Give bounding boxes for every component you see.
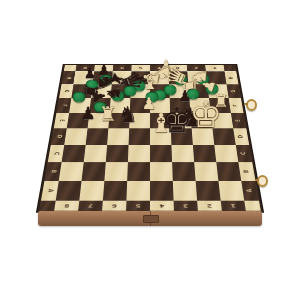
board-square <box>171 128 193 144</box>
board-square <box>150 162 173 181</box>
board-square <box>169 71 189 84</box>
board-square <box>150 84 170 98</box>
hinge-plate <box>143 215 159 223</box>
board-square <box>129 113 150 128</box>
board-square <box>82 162 106 181</box>
board-square <box>189 98 210 113</box>
board-square <box>84 145 107 162</box>
board-square <box>107 128 129 144</box>
file-label-right-text: G <box>220 88 248 94</box>
rank-label-bottom-text: 7 <box>78 201 103 211</box>
rank-label-bottom-text: 2 <box>197 201 222 211</box>
file-label-right: B <box>238 162 255 181</box>
board-square <box>108 113 129 128</box>
file-label-right-text: H <box>218 75 245 81</box>
board-square <box>104 162 128 181</box>
board-square <box>129 128 150 144</box>
board-square <box>79 181 104 201</box>
board-square <box>67 113 90 128</box>
board-square <box>73 71 94 84</box>
file-label-right-text: A <box>233 186 266 195</box>
rank-label-bottom-text: 3 <box>174 201 198 211</box>
board-square <box>110 98 131 113</box>
board-square <box>131 71 150 84</box>
board-square <box>56 181 82 201</box>
file-label-right-text: E <box>224 117 253 124</box>
rank-label-bottom-text: 1 <box>221 201 246 211</box>
rank-label-bottom: 4 <box>150 201 174 211</box>
board-square <box>170 113 191 128</box>
board-square <box>193 145 216 162</box>
brass-clasp <box>257 175 268 187</box>
file-label-right-text: C <box>228 149 259 157</box>
board-square <box>93 71 113 84</box>
board-square <box>106 145 129 162</box>
file-label-right: F <box>229 98 244 113</box>
board-square <box>130 98 150 113</box>
rank-label-bottom-text: 5 <box>126 201 150 211</box>
board-square <box>128 145 150 162</box>
board-square <box>173 181 197 201</box>
board-square <box>62 145 86 162</box>
board-square <box>190 113 212 128</box>
file-label-right: C <box>236 145 252 162</box>
board-square <box>88 113 110 128</box>
board-square <box>169 84 189 98</box>
rank-label-bottom-text: 8 <box>54 201 79 211</box>
folding-box-side <box>38 211 262 226</box>
board-square <box>171 145 194 162</box>
board-square <box>150 145 172 162</box>
board-square <box>112 71 132 84</box>
board-square <box>150 128 171 144</box>
board-square <box>150 98 170 113</box>
file-label-right: G <box>227 84 241 98</box>
frame-corner <box>39 201 56 211</box>
board-square <box>89 98 110 113</box>
chess-set-photo: 87654321HHGGFFEEDDCCBBAA87654321 ♟♞♟♟♝♞♝… <box>0 0 300 300</box>
file-label-right: D <box>233 128 249 144</box>
rank-label-bottom: 7 <box>78 201 103 211</box>
board-square <box>172 162 196 181</box>
board-square <box>150 113 171 128</box>
rank-label-bottom-text: 6 <box>102 201 126 211</box>
rank-label-bottom: 5 <box>126 201 150 211</box>
board-square <box>150 181 174 201</box>
board-square <box>86 128 109 144</box>
brass-clasp <box>246 99 257 111</box>
board-square <box>130 84 150 98</box>
board-square <box>192 128 215 144</box>
board-square <box>103 181 127 201</box>
rank-label-bottom: 8 <box>54 201 79 211</box>
rank-label-bottom: 3 <box>174 201 198 211</box>
board-square <box>59 162 84 181</box>
file-label-right: H <box>225 71 239 84</box>
board-square <box>187 71 207 84</box>
file-label-right: E <box>231 113 246 128</box>
rank-label-bottom: 6 <box>102 201 126 211</box>
board-square <box>64 128 87 144</box>
chess-board: 87654321HHGGFFEEDDCCBBAA87654321 <box>37 64 263 212</box>
rank-label-bottom-text: 4 <box>150 201 174 211</box>
board-perspective-wrapper: 87654321HHGGFFEEDDCCBBAA87654321 <box>37 64 263 212</box>
board-square <box>69 98 91 113</box>
board-square <box>188 84 209 98</box>
board-square <box>71 84 92 98</box>
file-label-right-text: B <box>231 167 263 175</box>
board-square <box>91 84 112 98</box>
board-square <box>194 162 218 181</box>
rank-label-bottom: 1 <box>221 201 246 211</box>
board-square <box>150 71 169 84</box>
frame-corner <box>244 201 261 211</box>
board-square <box>170 98 191 113</box>
board-square <box>126 181 150 201</box>
board-square <box>111 84 131 98</box>
file-label-right: A <box>241 181 259 201</box>
board-square <box>196 181 221 201</box>
file-label-right-text: D <box>226 133 256 140</box>
rank-label-bottom: 2 <box>197 201 222 211</box>
board-square <box>127 162 150 181</box>
